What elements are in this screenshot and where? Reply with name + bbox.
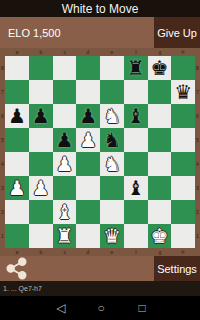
square-c4[interactable]: ♟ bbox=[53, 152, 77, 176]
bottom-control-bar: Settings bbox=[0, 256, 200, 281]
square-c6[interactable] bbox=[53, 104, 77, 128]
square-a1[interactable] bbox=[5, 224, 29, 248]
square-g8[interactable]: ♚ bbox=[148, 56, 172, 80]
coord-label: f bbox=[126, 49, 146, 56]
chess-puzzle-app: White to Move ELO 1,500 Give Up abcdefgh… bbox=[0, 0, 200, 320]
coord-label: b bbox=[31, 49, 51, 56]
coord-label: c bbox=[54, 249, 74, 256]
board-grid: ♜♚♛♟♟♟♞♝♟♟♞♟♞♟♟♝♝♜♛♚ bbox=[5, 56, 195, 248]
square-d4[interactable] bbox=[76, 152, 100, 176]
white-knight: ♞ bbox=[103, 106, 121, 126]
black-bishop: ♝ bbox=[127, 178, 145, 198]
coord-label: 7 bbox=[195, 82, 199, 102]
white-knight: ♞ bbox=[103, 154, 121, 174]
square-c5[interactable]: ♟ bbox=[53, 128, 77, 152]
coord-label: f bbox=[126, 249, 146, 256]
coord-label: h bbox=[173, 49, 193, 56]
square-f3[interactable]: ♝ bbox=[124, 176, 148, 200]
black-queen: ♛ bbox=[174, 82, 192, 102]
square-b7[interactable] bbox=[29, 80, 53, 104]
square-e8[interactable] bbox=[100, 56, 124, 80]
square-e7[interactable] bbox=[100, 80, 124, 104]
file-labels-top: abcdefgh bbox=[5, 48, 195, 56]
black-pawn: ♟ bbox=[55, 130, 73, 150]
coord-label: 4 bbox=[195, 154, 199, 174]
square-d2[interactable] bbox=[76, 200, 100, 224]
square-b2[interactable] bbox=[29, 200, 53, 224]
coord-label: 8 bbox=[0, 58, 4, 78]
white-bishop: ♝ bbox=[55, 202, 73, 222]
white-queen: ♛ bbox=[103, 226, 121, 246]
coord-label: 5 bbox=[195, 130, 199, 150]
settings-button[interactable]: Settings bbox=[154, 256, 200, 281]
coord-label: 1 bbox=[0, 226, 4, 246]
chess-board: abcdefgh abcdefgh 87654321 87654321 ♜♚♛♟… bbox=[0, 48, 200, 256]
square-f5[interactable] bbox=[124, 128, 148, 152]
square-e6[interactable]: ♞ bbox=[100, 104, 124, 128]
square-f2[interactable] bbox=[124, 200, 148, 224]
square-g6[interactable] bbox=[148, 104, 172, 128]
last-move-text: 1. ... Qe7-h7 bbox=[3, 285, 42, 292]
square-c2[interactable]: ♝ bbox=[53, 200, 77, 224]
square-h6[interactable] bbox=[171, 104, 195, 128]
coord-label: e bbox=[102, 249, 122, 256]
black-pawn: ♟ bbox=[79, 106, 97, 126]
square-d1[interactable] bbox=[76, 224, 100, 248]
coord-label: h bbox=[173, 249, 193, 256]
coord-label: 2 bbox=[0, 202, 4, 222]
top-control-bar: ELO 1,500 Give Up bbox=[0, 17, 200, 48]
white-king: ♚ bbox=[150, 226, 168, 246]
white-pawn: ♟ bbox=[55, 154, 73, 174]
square-c3[interactable] bbox=[53, 176, 77, 200]
coord-label: a bbox=[7, 249, 27, 256]
black-knight: ♞ bbox=[103, 130, 121, 150]
title-bar: White to Move bbox=[0, 0, 200, 17]
square-b4[interactable] bbox=[29, 152, 53, 176]
coord-label: 8 bbox=[195, 58, 199, 78]
coord-label: a bbox=[7, 49, 27, 56]
square-d3[interactable] bbox=[76, 176, 100, 200]
square-d8[interactable] bbox=[76, 56, 100, 80]
elo-label: ELO 1,500 bbox=[0, 17, 154, 48]
square-a7[interactable] bbox=[5, 80, 29, 104]
coord-label: c bbox=[54, 49, 74, 56]
square-f7[interactable] bbox=[124, 80, 148, 104]
square-e1[interactable]: ♛ bbox=[100, 224, 124, 248]
square-f1[interactable] bbox=[124, 224, 148, 248]
move-list: 1. ... Qe7-h7 bbox=[0, 281, 200, 296]
white-pawn: ♟ bbox=[79, 130, 97, 150]
square-g3[interactable] bbox=[148, 176, 172, 200]
square-b3[interactable]: ♟ bbox=[29, 176, 53, 200]
square-f8[interactable]: ♜ bbox=[124, 56, 148, 80]
square-a5[interactable] bbox=[5, 128, 29, 152]
square-e4[interactable]: ♞ bbox=[100, 152, 124, 176]
recents-icon[interactable]: □ bbox=[138, 302, 145, 314]
square-h2[interactable] bbox=[171, 200, 195, 224]
square-b8[interactable] bbox=[29, 56, 53, 80]
coord-label: g bbox=[149, 249, 169, 256]
square-b1[interactable] bbox=[29, 224, 53, 248]
square-f6[interactable]: ♝ bbox=[124, 104, 148, 128]
square-d6[interactable]: ♟ bbox=[76, 104, 100, 128]
square-h4[interactable] bbox=[171, 152, 195, 176]
square-b5[interactable] bbox=[29, 128, 53, 152]
home-icon[interactable]: ○ bbox=[97, 302, 104, 314]
square-c8[interactable] bbox=[53, 56, 77, 80]
coord-label: 3 bbox=[0, 178, 4, 198]
square-a2[interactable] bbox=[5, 200, 29, 224]
coord-label: e bbox=[102, 49, 122, 56]
square-g4[interactable] bbox=[148, 152, 172, 176]
back-icon[interactable]: ◁ bbox=[56, 302, 65, 314]
black-rook: ♜ bbox=[127, 58, 145, 78]
square-e5[interactable]: ♞ bbox=[100, 128, 124, 152]
file-labels-bottom: abcdefgh bbox=[5, 248, 195, 256]
square-e3[interactable] bbox=[100, 176, 124, 200]
square-g2[interactable] bbox=[148, 200, 172, 224]
square-g5[interactable] bbox=[148, 128, 172, 152]
square-h8[interactable] bbox=[171, 56, 195, 80]
coord-label: d bbox=[78, 249, 98, 256]
android-nav-bar: ◁ ○ □ bbox=[0, 296, 200, 320]
coord-label: 3 bbox=[195, 178, 199, 198]
black-bishop: ♝ bbox=[127, 106, 145, 126]
page-title: White to Move bbox=[62, 2, 139, 16]
square-g1[interactable]: ♚ bbox=[148, 224, 172, 248]
square-d5[interactable]: ♟ bbox=[76, 128, 100, 152]
square-c7[interactable] bbox=[53, 80, 77, 104]
black-king: ♚ bbox=[150, 58, 168, 78]
coord-label: 4 bbox=[0, 154, 4, 174]
square-e2[interactable] bbox=[100, 200, 124, 224]
square-d7[interactable] bbox=[76, 80, 100, 104]
coord-label: 7 bbox=[0, 82, 4, 102]
give-up-button[interactable]: Give Up bbox=[154, 17, 200, 48]
square-b6[interactable]: ♟ bbox=[29, 104, 53, 128]
coord-label: d bbox=[78, 49, 98, 56]
coord-label: 1 bbox=[195, 226, 199, 246]
bottom-bar-spacer bbox=[44, 256, 154, 281]
square-a3[interactable]: ♟ bbox=[5, 176, 29, 200]
square-g7[interactable] bbox=[148, 80, 172, 104]
coord-label: 5 bbox=[0, 130, 4, 150]
white-pawn: ♟ bbox=[32, 178, 50, 198]
square-f4[interactable] bbox=[124, 152, 148, 176]
square-a8[interactable] bbox=[5, 56, 29, 80]
square-h5[interactable] bbox=[171, 128, 195, 152]
black-pawn: ♟ bbox=[32, 106, 50, 126]
square-h3[interactable] bbox=[171, 176, 195, 200]
coord-label: g bbox=[149, 49, 169, 56]
square-h7[interactable]: ♛ bbox=[171, 80, 195, 104]
square-c1[interactable]: ♜ bbox=[53, 224, 77, 248]
rank-labels-right: 87654321 bbox=[195, 56, 200, 248]
white-pawn: ♟ bbox=[8, 178, 26, 198]
white-rook: ♜ bbox=[55, 226, 73, 246]
share-button[interactable] bbox=[0, 256, 44, 281]
square-a4[interactable] bbox=[5, 152, 29, 176]
black-pawn: ♟ bbox=[8, 106, 26, 126]
square-a6[interactable]: ♟ bbox=[5, 104, 29, 128]
coord-label: b bbox=[31, 249, 51, 256]
share-icon bbox=[4, 256, 29, 281]
coord-label: 6 bbox=[0, 106, 4, 126]
square-h1[interactable] bbox=[171, 224, 195, 248]
coord-label: 2 bbox=[195, 202, 199, 222]
coord-label: 6 bbox=[195, 106, 199, 126]
